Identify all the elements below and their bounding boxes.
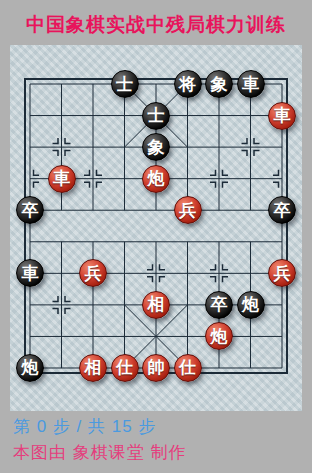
move-counter: 第 0 步 / 共 15 步 [13, 415, 156, 438]
piece-red-車[interactable]: 車 [48, 165, 76, 193]
credit-text: 本图由 象棋课堂 制作 [13, 441, 186, 464]
piece-black-士[interactable]: 士 [142, 102, 170, 130]
piece-black-卒[interactable]: 卒 [205, 291, 233, 319]
piece-red-炮[interactable]: 炮 [142, 165, 170, 193]
piece-red-仕[interactable]: 仕 [174, 354, 202, 382]
piece-red-相[interactable]: 相 [142, 291, 170, 319]
piece-black-象[interactable]: 象 [205, 70, 233, 98]
piece-red-帥[interactable]: 帥 [142, 354, 170, 382]
piece-red-車[interactable]: 車 [268, 102, 296, 130]
piece-red-相[interactable]: 相 [79, 354, 107, 382]
piece-black-炮[interactable]: 炮 [16, 354, 44, 382]
piece-black-将[interactable]: 将 [174, 70, 202, 98]
piece-black-士[interactable]: 士 [111, 70, 139, 98]
piece-red-兵[interactable]: 兵 [174, 196, 202, 224]
xiangqi-board[interactable]: 士将象車士車象車炮卒兵卒車兵兵相卒炮炮炮相仕帥仕 [10, 45, 302, 411]
piece-black-車[interactable]: 車 [237, 70, 265, 98]
piece-black-象[interactable]: 象 [142, 133, 170, 161]
page-title: 中国象棋实战中残局棋力训练 [0, 12, 312, 38]
piece-red-仕[interactable]: 仕 [111, 354, 139, 382]
piece-black-炮[interactable]: 炮 [237, 291, 265, 319]
